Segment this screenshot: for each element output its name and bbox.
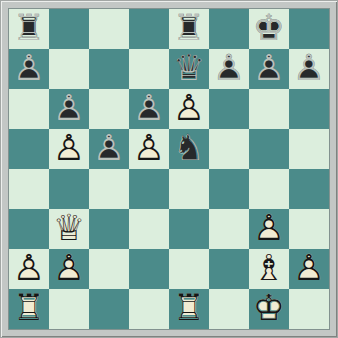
square-g8[interactable]: ♚♔ — [249, 9, 289, 49]
black-pawn-piece[interactable]: ♟♙ — [289, 49, 329, 89]
square-f2[interactable] — [209, 249, 249, 289]
white-pawn-piece[interactable]: ♟♙ — [129, 129, 169, 169]
piece-glyph-outline: ♙ — [89, 129, 129, 169]
piece-glyph-outline: ♙ — [129, 89, 169, 129]
square-e2[interactable] — [169, 249, 209, 289]
square-g5[interactable] — [249, 129, 289, 169]
square-f6[interactable] — [209, 89, 249, 129]
square-d6[interactable]: ♟♙ — [129, 89, 169, 129]
square-f1[interactable] — [209, 289, 249, 329]
piece-glyph-outline: ♙ — [49, 249, 89, 289]
square-h2[interactable]: ♟♙ — [289, 249, 329, 289]
square-g3[interactable]: ♟♙ — [249, 209, 289, 249]
square-g7[interactable]: ♟♙ — [249, 49, 289, 89]
square-h7[interactable]: ♟♙ — [289, 49, 329, 89]
square-b5[interactable]: ♟♙ — [49, 129, 89, 169]
piece-glyph-outline: ♔ — [249, 289, 289, 329]
black-pawn-piece[interactable]: ♟♙ — [209, 49, 249, 89]
board-frame: ♜♖♜♖♚♔♟♙♛♕♟♙♟♙♟♙♟♙♟♙♟♙♟♙♟♙♟♙♞♘♛♕♟♙♟♙♟♙♝♗… — [0, 0, 338, 338]
square-e4[interactable] — [169, 169, 209, 209]
square-a3[interactable] — [9, 209, 49, 249]
square-f7[interactable]: ♟♙ — [209, 49, 249, 89]
piece-glyph-outline: ♙ — [49, 89, 89, 129]
square-f3[interactable] — [209, 209, 249, 249]
black-knight-piece[interactable]: ♞♘ — [169, 129, 209, 169]
piece-glyph-outline: ♙ — [249, 49, 289, 89]
white-pawn-piece[interactable]: ♟♙ — [9, 249, 49, 289]
piece-glyph-outline: ♔ — [249, 9, 289, 49]
black-rook-piece[interactable]: ♜♖ — [169, 9, 209, 49]
square-b4[interactable] — [49, 169, 89, 209]
piece-glyph-outline: ♕ — [169, 49, 209, 89]
chess-board: ♜♖♜♖♚♔♟♙♛♕♟♙♟♙♟♙♟♙♟♙♟♙♟♙♟♙♟♙♞♘♛♕♟♙♟♙♟♙♝♗… — [9, 9, 329, 329]
piece-glyph-outline: ♙ — [9, 49, 49, 89]
white-pawn-piece[interactable]: ♟♙ — [49, 129, 89, 169]
square-b7[interactable] — [49, 49, 89, 89]
piece-glyph-outline: ♕ — [49, 209, 89, 249]
square-e3[interactable] — [169, 209, 209, 249]
square-c1[interactable] — [89, 289, 129, 329]
square-a4[interactable] — [9, 169, 49, 209]
square-h5[interactable] — [289, 129, 329, 169]
square-c2[interactable] — [89, 249, 129, 289]
square-a2[interactable]: ♟♙ — [9, 249, 49, 289]
piece-glyph-outline: ♖ — [169, 9, 209, 49]
square-c3[interactable] — [89, 209, 129, 249]
square-g2[interactable]: ♝♗ — [249, 249, 289, 289]
square-d1[interactable] — [129, 289, 169, 329]
piece-glyph-outline: ♖ — [169, 289, 209, 329]
square-b3[interactable]: ♛♕ — [49, 209, 89, 249]
square-h6[interactable] — [289, 89, 329, 129]
piece-glyph-outline: ♙ — [49, 129, 89, 169]
square-d2[interactable] — [129, 249, 169, 289]
square-e5[interactable]: ♞♘ — [169, 129, 209, 169]
black-queen-piece[interactable]: ♛♕ — [169, 49, 209, 89]
white-king-piece[interactable]: ♚♔ — [249, 289, 289, 329]
square-g1[interactable]: ♚♔ — [249, 289, 289, 329]
piece-glyph-outline: ♗ — [249, 249, 289, 289]
piece-glyph-outline: ♙ — [209, 49, 249, 89]
square-d3[interactable] — [129, 209, 169, 249]
square-a5[interactable] — [9, 129, 49, 169]
square-e6[interactable]: ♟♙ — [169, 89, 209, 129]
piece-glyph-outline: ♙ — [289, 49, 329, 89]
square-c5[interactable]: ♟♙ — [89, 129, 129, 169]
square-d5[interactable]: ♟♙ — [129, 129, 169, 169]
square-b6[interactable]: ♟♙ — [49, 89, 89, 129]
white-rook-piece[interactable]: ♜♖ — [9, 289, 49, 329]
piece-glyph-outline: ♙ — [9, 249, 49, 289]
square-c7[interactable] — [89, 49, 129, 89]
square-a6[interactable] — [9, 89, 49, 129]
square-c6[interactable] — [89, 89, 129, 129]
square-f5[interactable] — [209, 129, 249, 169]
piece-glyph-outline: ♙ — [129, 129, 169, 169]
square-h3[interactable] — [289, 209, 329, 249]
square-b1[interactable] — [49, 289, 89, 329]
piece-glyph-outline: ♖ — [9, 9, 49, 49]
piece-glyph-outline: ♙ — [169, 89, 209, 129]
white-pawn-piece[interactable]: ♟♙ — [289, 249, 329, 289]
square-d8[interactable] — [129, 9, 169, 49]
square-a1[interactable]: ♜♖ — [9, 289, 49, 329]
black-pawn-piece[interactable]: ♟♙ — [129, 89, 169, 129]
square-e1[interactable]: ♜♖ — [169, 289, 209, 329]
black-pawn-piece[interactable]: ♟♙ — [249, 49, 289, 89]
square-d7[interactable] — [129, 49, 169, 89]
square-g4[interactable] — [249, 169, 289, 209]
white-rook-piece[interactable]: ♜♖ — [169, 289, 209, 329]
square-b8[interactable] — [49, 9, 89, 49]
piece-glyph-outline: ♘ — [169, 129, 209, 169]
black-pawn-piece[interactable]: ♟♙ — [49, 89, 89, 129]
square-a8[interactable]: ♜♖ — [9, 9, 49, 49]
square-e8[interactable]: ♜♖ — [169, 9, 209, 49]
white-pawn-piece[interactable]: ♟♙ — [249, 209, 289, 249]
white-pawn-piece[interactable]: ♟♙ — [169, 89, 209, 129]
square-d4[interactable] — [129, 169, 169, 209]
piece-glyph-outline: ♖ — [9, 289, 49, 329]
square-a7[interactable]: ♟♙ — [9, 49, 49, 89]
square-e7[interactable]: ♛♕ — [169, 49, 209, 89]
square-h4[interactable] — [289, 169, 329, 209]
white-bishop-piece[interactable]: ♝♗ — [249, 249, 289, 289]
square-g6[interactable] — [249, 89, 289, 129]
black-rook-piece[interactable]: ♜♖ — [9, 9, 49, 49]
square-f4[interactable] — [209, 169, 249, 209]
piece-glyph-outline: ♙ — [249, 209, 289, 249]
white-pawn-piece[interactable]: ♟♙ — [49, 249, 89, 289]
black-pawn-piece[interactable]: ♟♙ — [89, 129, 129, 169]
square-b2[interactable]: ♟♙ — [49, 249, 89, 289]
square-h1[interactable] — [289, 289, 329, 329]
square-c8[interactable] — [89, 9, 129, 49]
black-king-piece[interactable]: ♚♔ — [249, 9, 289, 49]
square-h8[interactable] — [289, 9, 329, 49]
white-queen-piece[interactable]: ♛♕ — [49, 209, 89, 249]
square-f8[interactable] — [209, 9, 249, 49]
square-c4[interactable] — [89, 169, 129, 209]
piece-glyph-outline: ♙ — [289, 249, 329, 289]
black-pawn-piece[interactable]: ♟♙ — [9, 49, 49, 89]
